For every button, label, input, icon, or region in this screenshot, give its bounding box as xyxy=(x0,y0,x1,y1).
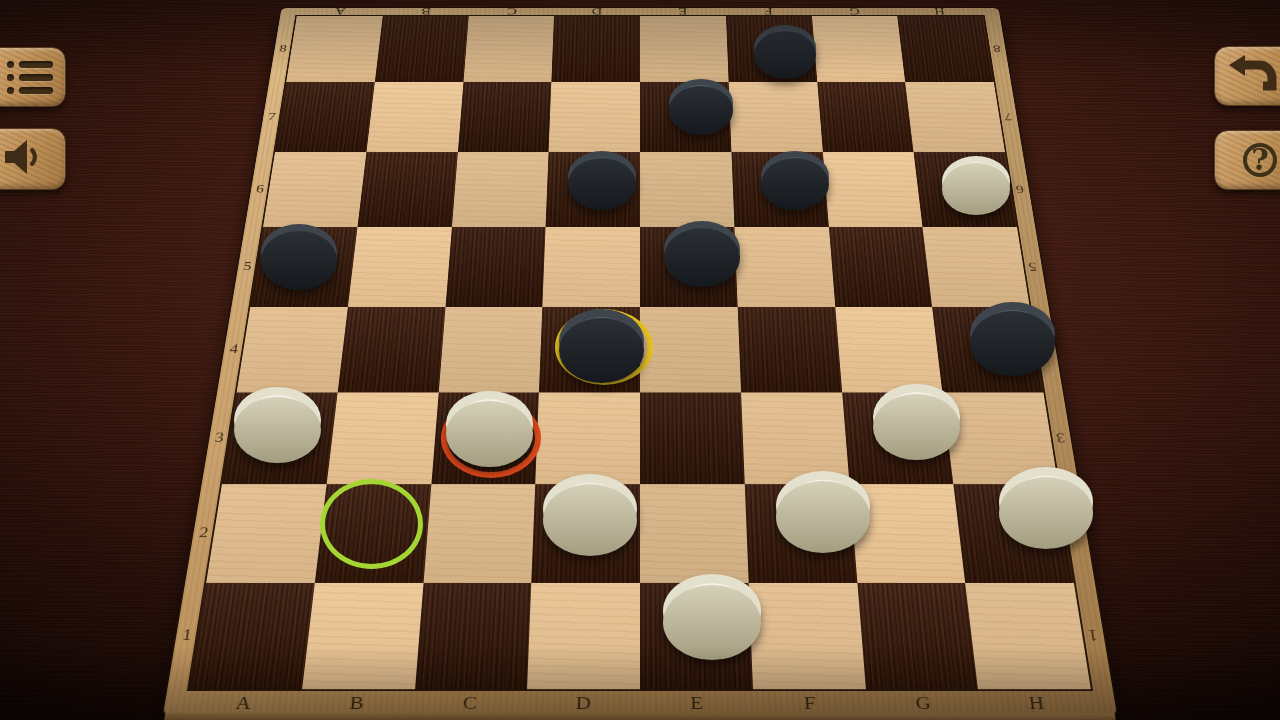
question-mark-icon: ? xyxy=(1241,140,1279,180)
file-label-top-D: D xyxy=(554,7,640,16)
piece-black-D4[interactable] xyxy=(559,309,644,373)
square-C1[interactable] xyxy=(415,583,532,689)
file-label-bottom-A: A xyxy=(185,689,302,715)
file-label-top-B: B xyxy=(383,7,470,16)
piece-black-A5[interactable] xyxy=(261,224,337,281)
undo-arrow-icon xyxy=(1229,53,1277,99)
square-F5[interactable] xyxy=(734,227,835,307)
square-C2[interactable] xyxy=(423,484,535,583)
square-D3[interactable] xyxy=(535,392,640,484)
square-E4[interactable] xyxy=(640,307,741,393)
file-label-bottom-E: E xyxy=(640,689,754,715)
square-H7[interactable] xyxy=(905,82,1005,152)
menu-list-icon xyxy=(7,61,53,94)
square-D1[interactable] xyxy=(527,583,640,689)
square-E6[interactable] xyxy=(640,152,734,227)
square-A8[interactable] xyxy=(286,16,382,82)
board-bevel xyxy=(163,713,1117,720)
square-D8[interactable] xyxy=(552,16,640,82)
square-H8[interactable] xyxy=(897,16,993,82)
square-F1[interactable] xyxy=(748,583,865,689)
square-G1[interactable] xyxy=(857,583,978,689)
piece-white-F2[interactable] xyxy=(776,471,870,542)
square-A2[interactable] xyxy=(206,484,326,583)
square-H5[interactable] xyxy=(923,227,1030,307)
undo-button[interactable] xyxy=(1214,46,1280,106)
highlight-green-circle-B2 xyxy=(320,479,423,569)
square-C7[interactable] xyxy=(457,82,551,152)
sound-button[interactable] xyxy=(0,128,66,190)
menu-button[interactable] xyxy=(0,47,66,107)
piece-white-H2[interactable] xyxy=(999,467,1093,538)
square-C6[interactable] xyxy=(452,152,549,227)
piece-white-C3[interactable] xyxy=(446,391,533,456)
file-label-top-H: H xyxy=(896,7,983,16)
square-B5[interactable] xyxy=(348,227,452,307)
file-label-bottom-C: C xyxy=(413,689,528,715)
file-label-top-A: A xyxy=(297,7,384,16)
piece-black-D6[interactable] xyxy=(568,151,636,202)
square-D7[interactable] xyxy=(549,82,640,152)
file-label-bottom-F: F xyxy=(753,689,868,715)
piece-black-F6[interactable] xyxy=(761,151,829,202)
file-label-top-E: E xyxy=(640,7,726,16)
piece-white-A3[interactable] xyxy=(234,387,321,452)
speaker-icon xyxy=(3,138,43,180)
square-B8[interactable] xyxy=(375,16,469,82)
piece-black-E7[interactable] xyxy=(669,79,733,127)
file-labels-bottom: ABCDEFGH xyxy=(185,689,1095,715)
square-A6[interactable] xyxy=(263,152,366,227)
square-B3[interactable] xyxy=(326,392,438,484)
square-G5[interactable] xyxy=(828,227,932,307)
square-B6[interactable] xyxy=(357,152,457,227)
file-label-bottom-B: B xyxy=(299,689,415,715)
piece-white-E1[interactable] xyxy=(663,574,761,648)
file-label-top-F: F xyxy=(725,7,811,16)
square-C5[interactable] xyxy=(445,227,546,307)
square-D5[interactable] xyxy=(543,227,640,307)
square-E2[interactable] xyxy=(640,484,748,583)
file-label-top-G: G xyxy=(811,7,898,16)
square-G6[interactable] xyxy=(823,152,923,227)
square-E3[interactable] xyxy=(640,392,745,484)
square-G4[interactable] xyxy=(835,307,943,393)
piece-black-H4[interactable] xyxy=(970,302,1055,366)
file-label-top-C: C xyxy=(468,7,554,16)
square-G8[interactable] xyxy=(812,16,906,82)
piece-white-D2[interactable] xyxy=(543,474,637,545)
file-label-bottom-H: H xyxy=(978,689,1095,715)
square-H1[interactable] xyxy=(965,583,1090,689)
game-stage: ABCDEFGH 87654321 87654321 ABCDEFGH xyxy=(0,0,1280,720)
square-A4[interactable] xyxy=(237,307,348,393)
file-label-bottom-G: G xyxy=(865,689,981,715)
square-A7[interactable] xyxy=(275,82,375,152)
piece-black-F8[interactable] xyxy=(754,25,816,72)
square-C4[interactable] xyxy=(438,307,542,393)
square-A1[interactable] xyxy=(189,583,314,689)
help-button[interactable]: ? xyxy=(1214,130,1280,190)
square-B1[interactable] xyxy=(302,583,423,689)
square-C8[interactable] xyxy=(463,16,554,82)
square-F7[interactable] xyxy=(728,82,822,152)
square-F4[interactable] xyxy=(737,307,841,393)
piece-black-E5[interactable] xyxy=(664,221,740,278)
square-G7[interactable] xyxy=(817,82,914,152)
square-B4[interactable] xyxy=(337,307,445,393)
piece-white-G3[interactable] xyxy=(873,384,960,449)
file-label-bottom-D: D xyxy=(526,689,640,715)
square-B7[interactable] xyxy=(366,82,463,152)
square-E8[interactable] xyxy=(640,16,728,82)
square-F3[interactable] xyxy=(741,392,849,484)
piece-white-H6[interactable] xyxy=(942,156,1010,207)
file-labels-top: ABCDEFGH xyxy=(297,7,983,16)
